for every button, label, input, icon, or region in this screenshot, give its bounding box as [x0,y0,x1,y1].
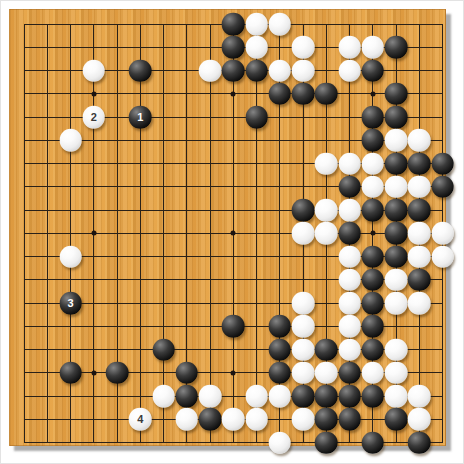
stone-white[interactable] [292,36,315,59]
stone-white[interactable] [408,385,431,408]
stone-white[interactable] [292,338,315,361]
star-point [370,91,375,96]
stone-black[interactable] [315,431,338,454]
stone-white[interactable] [315,199,338,222]
stone-black[interactable] [385,106,408,129]
stone-black[interactable] [152,338,175,361]
star-point [91,91,96,96]
stone-black[interactable] [59,361,82,384]
go-board[interactable]: 2134 [9,9,446,446]
stone-white[interactable] [361,36,384,59]
stone-black[interactable] [385,199,408,222]
stone-black[interactable] [129,59,152,82]
stone-black[interactable] [431,175,454,198]
stone-black[interactable] [361,268,384,291]
stone-black[interactable]: 1 [129,106,152,129]
stone-white[interactable] [292,59,315,82]
stone-black[interactable] [338,385,361,408]
stone-white[interactable] [385,361,408,384]
stone-black[interactable] [361,199,384,222]
stone-black[interactable] [315,82,338,105]
stone-black[interactable] [385,82,408,105]
stone-black[interactable] [385,36,408,59]
stone-white[interactable] [408,129,431,152]
stone-white[interactable] [338,338,361,361]
go-diagram: 2134 [0,0,464,464]
stone-black[interactable] [222,315,245,338]
move-number-label: 1 [137,112,143,123]
stone-white[interactable] [361,152,384,175]
stone-black[interactable] [292,385,315,408]
stone-black[interactable] [361,245,384,268]
stone-black[interactable] [338,175,361,198]
stone-white[interactable]: 2 [82,106,105,129]
stone-black[interactable] [222,13,245,36]
stone-white[interactable] [385,338,408,361]
stone-white[interactable] [431,222,454,245]
stone-white[interactable] [245,385,268,408]
star-point [370,231,375,236]
stone-white[interactable] [338,59,361,82]
stone-white[interactable] [361,361,384,384]
stone-black[interactable] [361,59,384,82]
stone-black[interactable] [431,152,454,175]
stone-black[interactable] [361,292,384,315]
stone-black[interactable] [222,36,245,59]
stone-black[interactable] [408,152,431,175]
stone-black[interactable] [315,338,338,361]
stone-white[interactable]: 4 [129,408,152,431]
stone-white[interactable] [292,315,315,338]
stone-black[interactable] [315,408,338,431]
star-point [231,91,236,96]
stone-white[interactable] [152,385,175,408]
stone-black[interactable] [408,268,431,291]
stone-white[interactable] [408,408,431,431]
stone-white[interactable] [385,175,408,198]
stone-black[interactable] [245,59,268,82]
stone-black[interactable] [245,106,268,129]
stone-white[interactable] [292,292,315,315]
stone-black[interactable] [338,408,361,431]
stone-black[interactable] [385,152,408,175]
stone-black[interactable] [361,338,384,361]
stone-white[interactable] [385,385,408,408]
move-number-label: 2 [91,112,97,123]
stone-black[interactable] [361,431,384,454]
stone-white[interactable] [82,59,105,82]
stone-white[interactable] [338,315,361,338]
stone-white[interactable] [199,385,222,408]
stone-black[interactable] [361,315,384,338]
stone-black[interactable] [385,245,408,268]
star-point [91,231,96,236]
stone-white[interactable] [338,245,361,268]
stone-white[interactable] [361,175,384,198]
stone-white[interactable] [338,268,361,291]
stone-black[interactable] [222,59,245,82]
stone-black[interactable]: 3 [59,292,82,315]
stone-white[interactable] [222,408,245,431]
stone-white[interactable] [408,222,431,245]
stone-white[interactable] [408,175,431,198]
stone-white[interactable] [292,408,315,431]
stone-black[interactable] [361,385,384,408]
stone-black[interactable] [361,129,384,152]
stone-black[interactable] [268,315,291,338]
stone-white[interactable] [338,36,361,59]
stone-white[interactable] [268,385,291,408]
stone-black[interactable] [268,338,291,361]
stone-white[interactable] [385,129,408,152]
stone-black[interactable] [175,361,198,384]
stone-white[interactable] [338,199,361,222]
stone-white[interactable] [385,268,408,291]
stone-white[interactable] [315,361,338,384]
stone-black[interactable] [338,222,361,245]
star-point [231,231,236,236]
move-number-label: 3 [67,298,73,309]
stone-white[interactable] [315,222,338,245]
star-point [231,370,236,375]
stone-white[interactable] [199,59,222,82]
stone-black[interactable] [338,361,361,384]
stone-white[interactable] [268,431,291,454]
stone-black[interactable] [408,199,431,222]
stone-white[interactable] [385,292,408,315]
stone-black[interactable] [175,385,198,408]
stone-white[interactable] [431,245,454,268]
stone-white[interactable] [59,129,82,152]
stone-black[interactable] [408,431,431,454]
star-point [91,370,96,375]
stone-black[interactable] [361,106,384,129]
stone-white[interactable] [175,408,198,431]
stone-white[interactable] [245,408,268,431]
stone-white[interactable] [338,292,361,315]
stone-white[interactable] [59,245,82,268]
stone-black[interactable] [199,408,222,431]
stone-white[interactable] [315,152,338,175]
stone-white[interactable] [292,361,315,384]
stone-black[interactable] [292,82,315,105]
move-number-label: 4 [137,414,143,425]
stone-white[interactable] [338,152,361,175]
stone-black[interactable] [268,82,291,105]
stone-white[interactable] [408,292,431,315]
stone-black[interactable] [268,361,291,384]
stone-white[interactable] [408,245,431,268]
stone-white[interactable] [268,59,291,82]
grid-line-vertical [256,24,257,444]
stone-black[interactable] [106,361,129,384]
stone-black[interactable] [315,385,338,408]
stone-white[interactable] [245,36,268,59]
stone-white[interactable] [292,222,315,245]
stone-white[interactable] [268,13,291,36]
stone-black[interactable] [385,408,408,431]
stone-black[interactable] [292,199,315,222]
stone-black[interactable] [385,222,408,245]
stone-white[interactable] [245,13,268,36]
